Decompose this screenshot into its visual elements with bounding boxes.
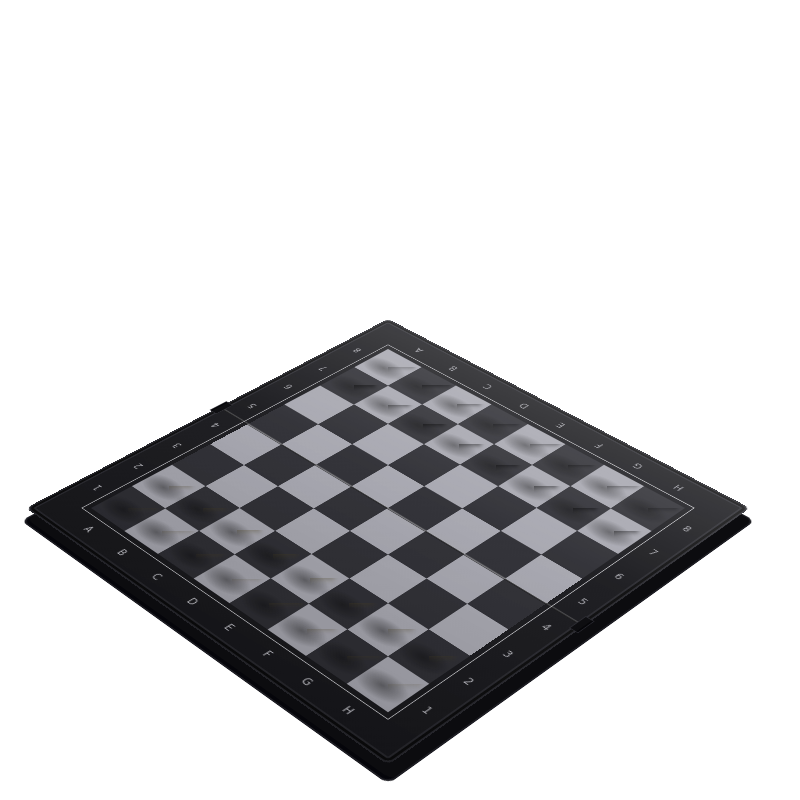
- chessboard: ♜♞♝♛♚♝♞♜♟♟♟♟♟♟♟♟♟♟♟♟♟♟♟♟♜♞♝♛♚♝♞♜ AA88BB7…: [26, 319, 750, 765]
- product-photo: ♜♞♝♛♚♝♞♜♟♟♟♟♟♟♟♟♟♟♟♟♟♟♟♟♜♞♝♛♚♝♞♜ AA88BB7…: [0, 0, 800, 800]
- board-frame: ♜♞♝♛♚♝♞♜♟♟♟♟♟♟♟♟♟♟♟♟♟♟♟♟♜♞♝♛♚♝♞♜ AA88BB7…: [26, 319, 750, 765]
